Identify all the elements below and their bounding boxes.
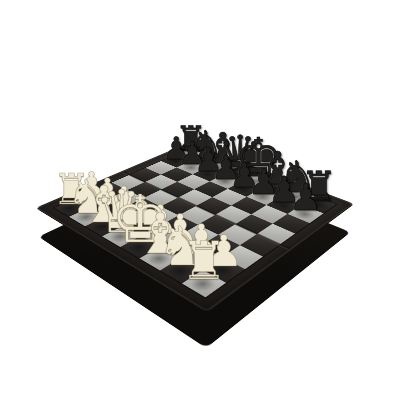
pieces-layer: ♜♞♝♛♚♝♞♜♟♟♟♟♟♟♟♟♟♟♟♟♟♟♟♟♜♞♝♛♚♝♞♜ — [0, 0, 400, 400]
piece-black-pawn-h7[interactable]: ♟ — [289, 180, 322, 217]
product-photo: ♜♞♝♛♚♝♞♜♟♟♟♟♟♟♟♟♟♟♟♟♟♟♟♟♜♞♝♛♚♝♞♜ — [0, 0, 400, 400]
piece-white-rook-h1[interactable]: ♜ — [181, 235, 228, 287]
